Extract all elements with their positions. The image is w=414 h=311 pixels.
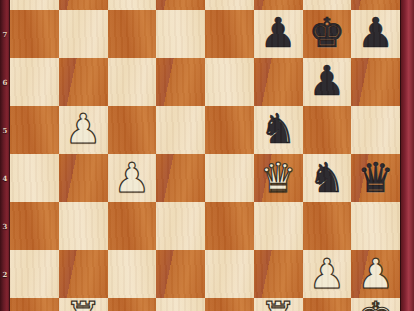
white-rook-b1[interactable]: ♜ [65,297,102,311]
white-king-h1[interactable]: ♚ [357,297,394,311]
square-b5[interactable]: ♟ [59,106,108,154]
chess-board: ♟♚♟♟♟♞♟♛♞♛♟♟♜♜♚ [10,0,400,311]
white-pawn-c4[interactable]: ♟ [113,158,150,199]
square-f3[interactable] [254,202,303,250]
square-h7[interactable]: ♟ [351,10,400,58]
square-e5[interactable] [205,106,254,154]
square-c3[interactable] [108,202,157,250]
square-h3[interactable] [351,202,400,250]
square-d1[interactable] [156,298,205,311]
square-a7[interactable] [10,10,59,58]
rank-label-5: 5 [0,126,10,135]
black-king-g7[interactable]: ♚ [308,13,345,54]
square-c8[interactable] [108,0,157,10]
square-g4[interactable]: ♞ [303,154,352,202]
square-d7[interactable] [156,10,205,58]
white-pawn-h2[interactable]: ♟ [357,254,394,295]
rank-label-6: 6 [0,78,10,87]
square-e7[interactable] [205,10,254,58]
black-pawn-g6[interactable]: ♟ [308,61,345,102]
square-b8[interactable] [59,0,108,10]
square-b7[interactable] [59,10,108,58]
square-g2[interactable]: ♟ [303,250,352,298]
square-f8[interactable] [254,0,303,10]
square-e6[interactable] [205,58,254,106]
square-h6[interactable] [351,58,400,106]
square-c5[interactable] [108,106,157,154]
square-e8[interactable] [205,0,254,10]
square-a6[interactable] [10,58,59,106]
square-b2[interactable] [59,250,108,298]
square-f5[interactable]: ♞ [254,106,303,154]
white-rook-f1[interactable]: ♜ [260,297,297,311]
square-e1[interactable] [205,298,254,311]
rank-label-7: 7 [0,30,10,39]
square-d6[interactable] [156,58,205,106]
square-d2[interactable] [156,250,205,298]
board-frame-left: 87654321 [0,0,10,311]
square-g1[interactable] [303,298,352,311]
square-g7[interactable]: ♚ [303,10,352,58]
square-c6[interactable] [108,58,157,106]
black-pawn-f7[interactable]: ♟ [260,13,297,54]
chess-diagram: ♟♚♟♟♟♞♟♛♞♛♟♟♜♜♚ 87654321 [0,0,414,311]
square-c4[interactable]: ♟ [108,154,157,202]
square-h8[interactable] [351,0,400,10]
square-a2[interactable] [10,250,59,298]
square-a4[interactable] [10,154,59,202]
square-d8[interactable] [156,0,205,10]
square-f2[interactable] [254,250,303,298]
square-b1[interactable]: ♜ [59,298,108,311]
square-h5[interactable] [351,106,400,154]
rank-label-2: 2 [0,270,10,279]
square-g8[interactable] [303,0,352,10]
square-c1[interactable] [108,298,157,311]
square-h4[interactable]: ♛ [351,154,400,202]
square-a3[interactable] [10,202,59,250]
board-frame-right [400,0,414,311]
square-a1[interactable] [10,298,59,311]
white-queen-f4[interactable]: ♛ [260,158,297,199]
square-f7[interactable]: ♟ [254,10,303,58]
square-f4[interactable]: ♛ [254,154,303,202]
square-f1[interactable]: ♜ [254,298,303,311]
black-pawn-h7[interactable]: ♟ [357,13,394,54]
black-knight-g4[interactable]: ♞ [308,158,345,199]
rank-label-4: 4 [0,174,10,183]
square-g5[interactable] [303,106,352,154]
square-b3[interactable] [59,202,108,250]
white-pawn-b5[interactable]: ♟ [65,109,102,150]
square-h1[interactable]: ♚ [351,298,400,311]
square-a5[interactable] [10,106,59,154]
square-e3[interactable] [205,202,254,250]
square-d5[interactable] [156,106,205,154]
square-d3[interactable] [156,202,205,250]
square-b6[interactable] [59,58,108,106]
white-pawn-g2[interactable]: ♟ [308,254,345,295]
rank-label-3: 3 [0,222,10,231]
black-knight-f5[interactable]: ♞ [260,109,297,150]
square-e4[interactable] [205,154,254,202]
square-c2[interactable] [108,250,157,298]
square-h2[interactable]: ♟ [351,250,400,298]
square-f6[interactable] [254,58,303,106]
square-g6[interactable]: ♟ [303,58,352,106]
square-a8[interactable] [10,0,59,10]
black-queen-h4[interactable]: ♛ [357,158,394,199]
square-b4[interactable] [59,154,108,202]
square-c7[interactable] [108,10,157,58]
square-g3[interactable] [303,202,352,250]
square-e2[interactable] [205,250,254,298]
square-d4[interactable] [156,154,205,202]
